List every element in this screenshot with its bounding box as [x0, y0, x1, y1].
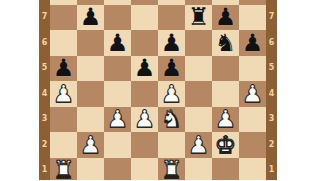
square-a6[interactable] [50, 30, 77, 56]
piece-black-P-g7[interactable]: ♟ [215, 5, 237, 29]
rank-label-1: 1 [39, 158, 50, 181]
rank-label-5: 5 [39, 56, 50, 82]
rank-label-3: 3 [39, 107, 50, 133]
square-d3[interactable]: ♟ [131, 107, 158, 133]
square-g6[interactable]: ♞ [212, 30, 239, 56]
square-b6[interactable] [77, 30, 104, 56]
square-f4[interactable] [185, 81, 212, 107]
square-g2[interactable]: ♚ [212, 132, 239, 158]
piece-black-P-c6[interactable]: ♟ [107, 31, 129, 55]
piece-white-R-a1[interactable]: ♜ [53, 158, 75, 180]
square-h7[interactable] [239, 5, 266, 31]
square-f3[interactable] [185, 107, 212, 133]
chess-board: ♜♚♟♜♟♟♟♞♟♟♟♟♟♟♟♟♟♞♟♟♟♚♜♜ [50, 0, 266, 180]
square-e6[interactable]: ♟ [158, 30, 185, 56]
board-viewport: ♜♚♟♜♟♟♟♞♟♟♟♟♟♟♟♟♟♞♟♟♟♚♜♜ [50, 0, 266, 180]
piece-white-P-h4[interactable]: ♟ [242, 82, 264, 106]
piece-black-R-f7[interactable]: ♜ [188, 5, 210, 29]
piece-black-P-a5[interactable]: ♟ [53, 56, 75, 80]
square-e2[interactable] [158, 132, 185, 158]
rank-label-2: 2 [266, 132, 277, 158]
rank-label-1: 1 [266, 158, 277, 181]
square-e5[interactable]: ♟ [158, 56, 185, 82]
square-h6[interactable]: ♟ [239, 30, 266, 56]
piece-white-P-c3[interactable]: ♟ [107, 107, 129, 131]
square-c5[interactable] [104, 56, 131, 82]
square-c4[interactable] [104, 81, 131, 107]
square-a3[interactable] [50, 107, 77, 133]
piece-black-P-e6[interactable]: ♟ [161, 31, 183, 55]
square-f7[interactable]: ♜ [185, 5, 212, 31]
square-f1[interactable] [185, 158, 212, 181]
square-e1[interactable]: ♜ [158, 158, 185, 181]
rank-label-4: 4 [39, 81, 50, 107]
piece-black-R-a8[interactable]: ♜ [53, 0, 75, 4]
square-b2[interactable]: ♟ [77, 132, 104, 158]
square-d5[interactable]: ♟ [131, 56, 158, 82]
square-d1[interactable] [131, 158, 158, 181]
square-b1[interactable] [77, 158, 104, 181]
square-g1[interactable] [212, 158, 239, 181]
square-b3[interactable] [77, 107, 104, 133]
square-g4[interactable] [212, 81, 239, 107]
square-c2[interactable] [104, 132, 131, 158]
rank-label-7: 7 [266, 5, 277, 31]
rank-label-4: 4 [266, 81, 277, 107]
piece-white-N-e3[interactable]: ♞ [161, 107, 183, 131]
square-g3[interactable]: ♟ [212, 107, 239, 133]
square-c7[interactable] [104, 5, 131, 31]
square-a1[interactable]: ♜ [50, 158, 77, 181]
square-d7[interactable] [131, 5, 158, 31]
rank-label-5: 5 [266, 56, 277, 82]
square-h1[interactable] [239, 158, 266, 181]
square-f5[interactable] [185, 56, 212, 82]
piece-white-K-g2[interactable]: ♚ [215, 133, 237, 157]
piece-black-N-g6[interactable]: ♞ [215, 31, 237, 55]
square-b5[interactable] [77, 56, 104, 82]
square-f6[interactable] [185, 30, 212, 56]
piece-black-P-d5[interactable]: ♟ [134, 56, 156, 80]
square-a5[interactable]: ♟ [50, 56, 77, 82]
square-h3[interactable] [239, 107, 266, 133]
piece-white-P-a4[interactable]: ♟ [53, 82, 75, 106]
chess-board-assembly: 87654321 ♜♚♟♜♟♟♟♞♟♟♟♟♟♟♟♟♟♞♟♟♟♚♜♜ 876543… [39, 0, 277, 180]
square-c3[interactable]: ♟ [104, 107, 131, 133]
square-d4[interactable] [131, 81, 158, 107]
rank-label-3: 3 [266, 107, 277, 133]
square-a4[interactable]: ♟ [50, 81, 77, 107]
piece-white-P-d3[interactable]: ♟ [134, 107, 156, 131]
piece-white-P-b2[interactable]: ♟ [80, 133, 102, 157]
square-c1[interactable] [104, 158, 131, 181]
square-f2[interactable]: ♟ [185, 132, 212, 158]
square-d2[interactable] [131, 132, 158, 158]
rank-label-strip-right: 87654321 [266, 0, 277, 180]
piece-white-R-e1[interactable]: ♜ [161, 158, 183, 180]
piece-black-P-h6[interactable]: ♟ [242, 31, 264, 55]
piece-black-P-b7[interactable]: ♟ [80, 5, 102, 29]
square-d6[interactable] [131, 30, 158, 56]
piece-black-P-e5[interactable]: ♟ [161, 56, 183, 80]
rank-label-7: 7 [39, 5, 50, 31]
square-b4[interactable] [77, 81, 104, 107]
square-g5[interactable] [212, 56, 239, 82]
square-h5[interactable] [239, 56, 266, 82]
square-g7[interactable]: ♟ [212, 5, 239, 31]
square-c6[interactable]: ♟ [104, 30, 131, 56]
square-a2[interactable] [50, 132, 77, 158]
square-e3[interactable]: ♞ [158, 107, 185, 133]
square-e4[interactable]: ♟ [158, 81, 185, 107]
square-h4[interactable]: ♟ [239, 81, 266, 107]
square-h2[interactable] [239, 132, 266, 158]
square-e7[interactable] [158, 5, 185, 31]
piece-white-P-f2[interactable]: ♟ [188, 133, 210, 157]
rank-label-2: 2 [39, 132, 50, 158]
piece-white-P-e4[interactable]: ♟ [161, 82, 183, 106]
page-background: 87654321 ♜♚♟♜♟♟♟♞♟♟♟♟♟♟♟♟♟♞♟♟♟♚♜♜ 876543… [0, 0, 320, 180]
square-b7[interactable]: ♟ [77, 5, 104, 31]
piece-white-P-g3[interactable]: ♟ [215, 107, 237, 131]
rank-label-6: 6 [39, 30, 50, 56]
square-a7[interactable] [50, 5, 77, 31]
rank-label-strip-left: 87654321 [39, 0, 50, 180]
rank-label-6: 6 [266, 30, 277, 56]
